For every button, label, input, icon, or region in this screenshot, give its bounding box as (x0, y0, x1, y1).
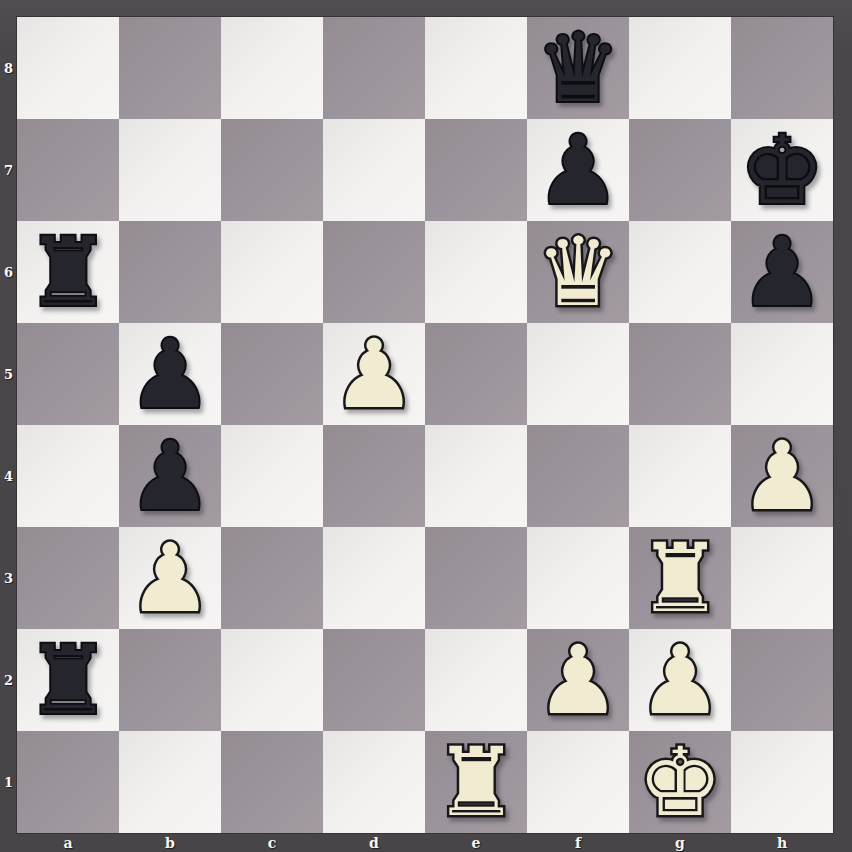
piece-black-rook-a6[interactable]: ♜ (25, 221, 110, 323)
square-c4[interactable] (221, 425, 323, 527)
square-e5[interactable] (425, 323, 527, 425)
square-d4[interactable] (323, 425, 425, 527)
piece-black-rook-a2[interactable]: ♜ (25, 629, 110, 731)
square-h4[interactable]: ♟ (731, 425, 833, 527)
square-h5[interactable] (731, 323, 833, 425)
square-d8[interactable] (323, 17, 425, 119)
square-e3[interactable] (425, 527, 527, 629)
piece-white-queen-f6[interactable]: ♛ (535, 221, 620, 323)
square-e1[interactable]: ♜ (425, 731, 527, 833)
square-c8[interactable] (221, 17, 323, 119)
piece-black-king-h7[interactable]: ♚ (739, 119, 824, 221)
square-a6[interactable]: ♜ (17, 221, 119, 323)
square-a8[interactable] (17, 17, 119, 119)
file-label-a: a (17, 834, 119, 852)
square-g7[interactable] (629, 119, 731, 221)
square-g2[interactable]: ♟ (629, 629, 731, 731)
square-f8[interactable]: ♛ (527, 17, 629, 119)
square-c5[interactable] (221, 323, 323, 425)
square-g8[interactable] (629, 17, 731, 119)
square-c1[interactable] (221, 731, 323, 833)
piece-black-pawn-b4[interactable]: ♟ (127, 425, 212, 527)
piece-black-pawn-h6[interactable]: ♟ (739, 221, 824, 323)
rank-label-4: 4 (0, 425, 17, 527)
square-b1[interactable] (119, 731, 221, 833)
piece-white-pawn-d5[interactable]: ♟ (331, 323, 416, 425)
square-c3[interactable] (221, 527, 323, 629)
square-d7[interactable] (323, 119, 425, 221)
rank-label-2: 2 (0, 629, 17, 731)
square-e4[interactable] (425, 425, 527, 527)
piece-black-pawn-b5[interactable]: ♟ (127, 323, 212, 425)
rank-label-3: 3 (0, 527, 17, 629)
file-label-b: b (119, 834, 221, 852)
rank-label-5: 5 (0, 323, 17, 425)
piece-white-pawn-b3[interactable]: ♟ (127, 527, 212, 629)
file-label-h: h (731, 834, 833, 852)
square-e2[interactable] (425, 629, 527, 731)
square-d6[interactable] (323, 221, 425, 323)
square-g5[interactable] (629, 323, 731, 425)
piece-white-pawn-g2[interactable]: ♟ (637, 629, 722, 731)
rank-label-1: 1 (0, 731, 17, 833)
square-b7[interactable] (119, 119, 221, 221)
square-g1[interactable]: ♚ (629, 731, 731, 833)
board-grid: ♛♟♚♜♛♟♟♟♟♟♟♜♜♟♟♜♚ (17, 17, 833, 833)
square-g4[interactable] (629, 425, 731, 527)
square-g6[interactable] (629, 221, 731, 323)
chess-board-window: 87654321 abcdefgh ♛♟♚♜♛♟♟♟♟♟♟♜♜♟♟♜♚ (0, 0, 852, 852)
rank-label-7: 7 (0, 119, 17, 221)
square-b4[interactable]: ♟ (119, 425, 221, 527)
square-f2[interactable]: ♟ (527, 629, 629, 731)
file-label-f: f (527, 834, 629, 852)
square-f1[interactable] (527, 731, 629, 833)
square-h2[interactable] (731, 629, 833, 731)
square-c2[interactable] (221, 629, 323, 731)
square-b3[interactable]: ♟ (119, 527, 221, 629)
square-f6[interactable]: ♛ (527, 221, 629, 323)
square-f7[interactable]: ♟ (527, 119, 629, 221)
square-a4[interactable] (17, 425, 119, 527)
rank-label-8: 8 (0, 17, 17, 119)
piece-white-rook-e1[interactable]: ♜ (433, 731, 518, 833)
piece-white-king-g1[interactable]: ♚ (637, 731, 722, 833)
square-h1[interactable] (731, 731, 833, 833)
square-d2[interactable] (323, 629, 425, 731)
square-h7[interactable]: ♚ (731, 119, 833, 221)
piece-black-queen-f8[interactable]: ♛ (535, 17, 620, 119)
square-a5[interactable] (17, 323, 119, 425)
piece-white-pawn-h4[interactable]: ♟ (739, 425, 824, 527)
square-h6[interactable]: ♟ (731, 221, 833, 323)
square-d5[interactable]: ♟ (323, 323, 425, 425)
square-d1[interactable] (323, 731, 425, 833)
file-label-d: d (323, 834, 425, 852)
rank-label-6: 6 (0, 221, 17, 323)
square-f3[interactable] (527, 527, 629, 629)
square-b5[interactable]: ♟ (119, 323, 221, 425)
square-f5[interactable] (527, 323, 629, 425)
square-a3[interactable] (17, 527, 119, 629)
square-b2[interactable] (119, 629, 221, 731)
square-d3[interactable] (323, 527, 425, 629)
square-a2[interactable]: ♜ (17, 629, 119, 731)
square-h8[interactable] (731, 17, 833, 119)
piece-white-rook-g3[interactable]: ♜ (637, 527, 722, 629)
square-g3[interactable]: ♜ (629, 527, 731, 629)
square-f4[interactable] (527, 425, 629, 527)
file-label-c: c (221, 834, 323, 852)
square-e6[interactable] (425, 221, 527, 323)
piece-white-pawn-f2[interactable]: ♟ (535, 629, 620, 731)
rank-labels: 87654321 (0, 17, 17, 833)
square-a7[interactable] (17, 119, 119, 221)
square-b8[interactable] (119, 17, 221, 119)
square-c6[interactable] (221, 221, 323, 323)
square-c7[interactable] (221, 119, 323, 221)
square-b6[interactable] (119, 221, 221, 323)
square-e8[interactable] (425, 17, 527, 119)
square-e7[interactable] (425, 119, 527, 221)
square-a1[interactable] (17, 731, 119, 833)
square-h3[interactable] (731, 527, 833, 629)
piece-black-pawn-f7[interactable]: ♟ (535, 119, 620, 221)
